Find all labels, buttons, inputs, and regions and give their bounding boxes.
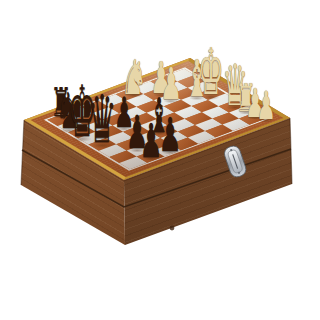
product-photo: ♞♟♚♝♟♛♜♜♟♟♟♞♝♚♛♟♟♟ — [0, 0, 320, 320]
piece-dark-queen[interactable]: ♛ — [87, 87, 117, 153]
piece-light-bishop[interactable]: ♝ — [186, 53, 209, 104]
piece-dark-pawn[interactable]: ♟ — [139, 117, 162, 164]
piece-light-pawn[interactable]: ♟ — [256, 86, 275, 125]
pieces-layer: ♞♟♚♝♟♛♜♜♟♟♟♞♝♚♛♟♟♟ — [0, 0, 320, 320]
